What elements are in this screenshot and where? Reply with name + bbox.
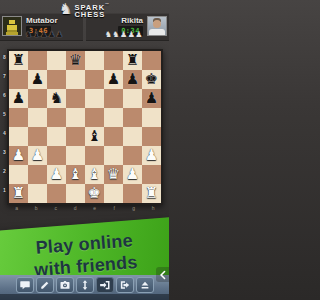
eject-button[interactable] (136, 277, 154, 293)
square-c2[interactable]: ♟ (47, 165, 66, 184)
square-g5[interactable] (123, 108, 142, 127)
square-c7[interactable] (47, 70, 66, 89)
square-a1[interactable]: 1♜ (9, 184, 28, 203)
trademark-symbol: ™ (105, 2, 110, 7)
piece-white-q: ♛ (107, 165, 120, 184)
rank-label: 6 (3, 92, 6, 98)
chat-icon (19, 279, 31, 291)
chevron-left-icon (158, 269, 168, 281)
piece-black-r: ♜ (12, 51, 25, 70)
piece-black-p: ♟ (107, 70, 120, 89)
square-d7[interactable] (66, 70, 85, 89)
piece-black-p: ♟ (126, 70, 139, 89)
square-e8[interactable] (85, 51, 104, 70)
square-b4[interactable] (28, 127, 47, 146)
square-h5[interactable] (142, 108, 161, 127)
rank-label: 1 (3, 187, 6, 193)
file-label: f (105, 205, 125, 211)
file-label: e (85, 205, 105, 211)
drawer-handle[interactable] (156, 267, 169, 282)
black-captured-tray: ♞♞♟♟♟ (105, 31, 143, 39)
square-h6[interactable]: ♟ (142, 89, 161, 108)
piece-black-r: ♜ (126, 51, 139, 70)
square-e3[interactable] (85, 146, 104, 165)
square-b3[interactable]: ♟ (28, 146, 47, 165)
square-g1[interactable] (123, 184, 142, 203)
square-g2[interactable]: ♟ (123, 165, 142, 184)
captured-piece-n: ♞ (25, 30, 33, 39)
logo-word-chess: CHESS (74, 11, 110, 18)
rank-label: 2 (3, 168, 6, 174)
square-b8[interactable] (28, 51, 47, 70)
share-icon (119, 279, 131, 291)
pencil-icon (39, 279, 51, 291)
square-d4[interactable] (66, 127, 85, 146)
piece-black-b: ♝ (88, 127, 101, 146)
camera-icon (59, 279, 71, 291)
square-f5[interactable] (104, 108, 123, 127)
rank-label: 4 (3, 130, 6, 136)
piece-black-q: ♛ (69, 51, 82, 70)
captured-piece-p: ♟ (56, 30, 64, 39)
square-g6[interactable] (123, 89, 142, 108)
square-a6[interactable]: 6♟ (9, 89, 28, 108)
pixel-avatar-body (7, 25, 17, 32)
piece-white-r: ♜ (145, 184, 158, 203)
square-a3[interactable]: 3♟ (9, 146, 28, 165)
square-b2[interactable] (28, 165, 47, 184)
square-d5[interactable] (66, 108, 85, 127)
snapshot-button[interactable] (56, 277, 74, 293)
square-b5[interactable] (28, 108, 47, 127)
square-d3[interactable] (66, 146, 85, 165)
piece-black-p: ♟ (12, 89, 25, 108)
file-label: h (144, 205, 164, 211)
pixel-avatar-head (9, 20, 15, 24)
captured-piece-p: ♟ (120, 30, 128, 39)
square-d2[interactable]: ♝ (66, 165, 85, 184)
piece-black-p: ♟ (145, 89, 158, 108)
chat-button[interactable] (16, 277, 34, 293)
piece-white-p: ♟ (12, 146, 25, 165)
square-d1[interactable] (66, 184, 85, 203)
captured-piece-n: ♞ (112, 30, 120, 39)
square-f6[interactable] (104, 89, 123, 108)
piece-white-b: ♝ (69, 165, 82, 184)
square-a4[interactable]: 4 (9, 127, 28, 146)
pixel-avatar-base (6, 32, 18, 35)
sign-in-button[interactable] (96, 277, 114, 293)
piece-black-p: ♟ (31, 70, 44, 89)
square-b7[interactable]: ♟ (28, 70, 47, 89)
share-button[interactable] (116, 277, 134, 293)
square-e6[interactable] (85, 89, 104, 108)
photo-avatar-face (153, 20, 161, 28)
square-g8[interactable]: ♜ (123, 51, 142, 70)
square-e2[interactable]: ♝ (85, 165, 104, 184)
piece-white-p: ♟ (145, 146, 158, 165)
sign-in-icon (99, 279, 111, 291)
rank-label: 8 (3, 54, 6, 60)
file-label: c (46, 205, 66, 211)
square-a7[interactable]: 7 (9, 70, 28, 89)
square-g3[interactable] (123, 146, 142, 165)
piece-white-r: ♜ (12, 184, 25, 203)
square-e1[interactable]: ♚ (85, 184, 104, 203)
rank-label: 3 (3, 149, 6, 155)
white-captured-tray: ♞♝♟♟♟ (25, 31, 63, 39)
square-d6[interactable] (66, 89, 85, 108)
square-f3[interactable] (104, 146, 123, 165)
square-b1[interactable] (28, 184, 47, 203)
square-c5[interactable] (47, 108, 66, 127)
square-f7[interactable]: ♟ (104, 70, 123, 89)
piece-white-k: ♚ (88, 184, 101, 203)
piece-white-p: ♟ (50, 165, 63, 184)
rank-label: 5 (3, 111, 6, 117)
app-logo: ♞ SPARK™ CHESS (0, 1, 169, 18)
square-e7[interactable] (85, 70, 104, 89)
chess-board[interactable]: 8♜♛♜7♟♟♟♚6♟♞♟54♝3♟♟♟2♟♝♝♛♟1♜♚♜ (7, 49, 163, 205)
sparkchess-app-screen: { "app": { "name": "SparkChess", "logo":… (0, 0, 169, 300)
square-f4[interactable] (104, 127, 123, 146)
square-h7[interactable]: ♚ (142, 70, 161, 89)
piece-white-p: ♟ (31, 146, 44, 165)
photo-avatar-shirt (149, 29, 165, 35)
draw-button[interactable] (36, 277, 54, 293)
file-label: d (66, 205, 86, 211)
square-c8[interactable] (47, 51, 66, 70)
flip-board-button[interactable] (76, 277, 94, 293)
square-a2[interactable]: 2 (9, 165, 28, 184)
square-c1[interactable] (47, 184, 66, 203)
square-a8[interactable]: 8♜ (9, 51, 28, 70)
square-f1[interactable] (104, 184, 123, 203)
square-c6[interactable]: ♞ (47, 89, 66, 108)
black-player-avatar (147, 16, 167, 36)
square-g7[interactable]: ♟ (123, 70, 142, 89)
piece-black-k: ♚ (145, 70, 158, 89)
square-c3[interactable] (47, 146, 66, 165)
square-f8[interactable] (104, 51, 123, 70)
square-d8[interactable]: ♛ (66, 51, 85, 70)
captured-piece-p: ♟ (40, 30, 48, 39)
white-player-avatar (2, 16, 22, 36)
square-g4[interactable] (123, 127, 142, 146)
square-e4[interactable]: ♝ (85, 127, 104, 146)
captured-piece-p: ♟ (48, 30, 56, 39)
file-labels: abcdefgh (7, 205, 163, 211)
square-e5[interactable] (85, 108, 104, 127)
square-h3[interactable]: ♟ (142, 146, 161, 165)
square-a5[interactable]: 5 (9, 108, 28, 127)
file-label: a (7, 205, 27, 211)
captured-piece-p: ♟ (135, 30, 143, 39)
square-c4[interactable] (47, 127, 66, 146)
square-h1[interactable]: ♜ (142, 184, 161, 203)
rank-label: 7 (3, 73, 6, 79)
file-label: g (124, 205, 144, 211)
square-b6[interactable] (28, 89, 47, 108)
flip-board-icon (79, 279, 91, 291)
toolbar-bottom-strip (0, 294, 169, 300)
piece-white-p: ♟ (126, 165, 139, 184)
square-h8[interactable] (142, 51, 161, 70)
eject-icon (139, 279, 151, 291)
square-h4[interactable] (142, 127, 161, 146)
knight-logo-icon: ♞ (59, 2, 72, 16)
square-h2[interactable] (142, 165, 161, 184)
square-f2[interactable]: ♛ (104, 165, 123, 184)
piece-black-n: ♞ (50, 89, 63, 108)
logo-wordmark: SPARK™ CHESS (74, 1, 110, 18)
file-label: b (27, 205, 47, 211)
piece-white-b: ♝ (88, 165, 101, 184)
